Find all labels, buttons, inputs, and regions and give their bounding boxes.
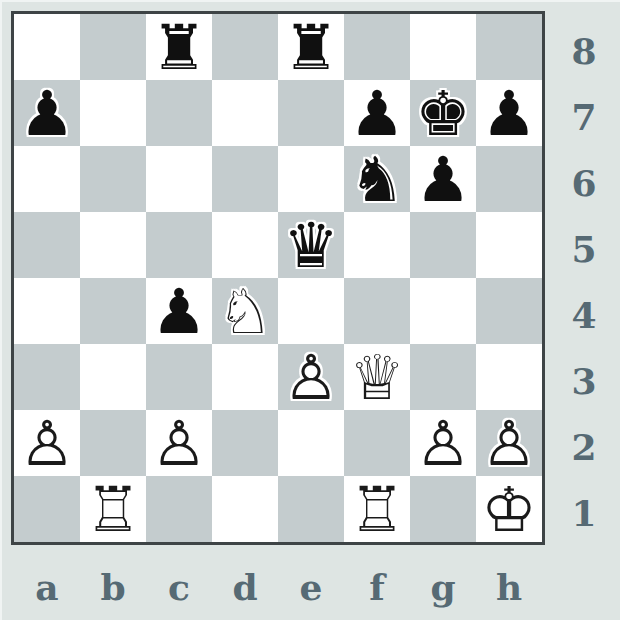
- white-pawn-h2: ♟♙: [481, 413, 537, 475]
- rank-label-8: 8: [547, 14, 620, 80]
- black-queen-e5: ♛: [283, 215, 339, 277]
- white-pawn-e3: ♟♙: [283, 347, 339, 409]
- white-pawn-g2: ♟♙: [415, 413, 471, 475]
- square-c8: ♜: [146, 14, 212, 80]
- white-knight-d4: ♞♘: [217, 281, 273, 343]
- chess-board-frame: ♜♜♟♟♚♟♞♟♛♟♞♘♟♙♛♕♟♙♟♙♟♙♟♙♜♖♜♖♚♔: [11, 11, 545, 545]
- square-f5: [344, 212, 410, 278]
- chess-board: ♜♜♟♟♚♟♞♟♛♟♞♘♟♙♛♕♟♙♟♙♟♙♟♙♜♖♜♖♚♔: [14, 14, 542, 542]
- black-king-g7: ♚: [415, 83, 471, 145]
- square-b3: [80, 344, 146, 410]
- square-g4: [410, 278, 476, 344]
- white-pawn-c2: ♟♙: [151, 413, 207, 475]
- black-pawn-a7: ♟: [19, 83, 75, 145]
- square-d4: ♞♘: [212, 278, 278, 344]
- square-b7: [80, 80, 146, 146]
- square-b2: [80, 410, 146, 476]
- white-rook-f1: ♜♖: [349, 479, 405, 541]
- white-rook-b1: ♜♖: [85, 479, 141, 541]
- chess-diagram-page: { "game": "chess", "position": { "fen": …: [0, 0, 620, 620]
- square-e1: [278, 476, 344, 542]
- square-d8: [212, 14, 278, 80]
- rank-label-3: 3: [547, 344, 620, 410]
- square-e3: ♟♙: [278, 344, 344, 410]
- square-a7: ♟: [14, 80, 80, 146]
- square-f8: [344, 14, 410, 80]
- square-g7: ♚: [410, 80, 476, 146]
- square-c2: ♟♙: [146, 410, 212, 476]
- square-d2: [212, 410, 278, 476]
- square-e2: [278, 410, 344, 476]
- rank-label-4: 4: [547, 278, 620, 344]
- square-d1: [212, 476, 278, 542]
- square-d5: [212, 212, 278, 278]
- black-pawn-h7: ♟: [481, 83, 537, 145]
- square-g1: [410, 476, 476, 542]
- square-g8: [410, 14, 476, 80]
- file-label-f: f: [344, 560, 410, 614]
- black-pawn-g6: ♟: [415, 149, 471, 211]
- square-h4: [476, 278, 542, 344]
- white-king-h1: ♚♔: [481, 479, 537, 541]
- square-f4: [344, 278, 410, 344]
- rank-labels: 87654321: [547, 14, 620, 542]
- square-a6: [14, 146, 80, 212]
- square-a3: [14, 344, 80, 410]
- square-b8: [80, 14, 146, 80]
- file-label-c: c: [146, 560, 212, 614]
- rank-label-6: 6: [547, 146, 620, 212]
- square-f3: ♛♕: [344, 344, 410, 410]
- square-d3: [212, 344, 278, 410]
- square-a8: [14, 14, 80, 80]
- file-label-e: e: [278, 560, 344, 614]
- file-label-b: b: [80, 560, 146, 614]
- rank-label-5: 5: [547, 212, 620, 278]
- square-h6: [476, 146, 542, 212]
- square-a2: ♟♙: [14, 410, 80, 476]
- square-e5: ♛: [278, 212, 344, 278]
- black-rook-e8: ♜: [283, 17, 339, 79]
- square-e7: [278, 80, 344, 146]
- square-h3: [476, 344, 542, 410]
- square-g5: [410, 212, 476, 278]
- square-g6: ♟: [410, 146, 476, 212]
- square-b4: [80, 278, 146, 344]
- square-c7: [146, 80, 212, 146]
- rank-label-1: 1: [547, 476, 620, 542]
- rank-label-7: 7: [547, 80, 620, 146]
- square-h5: [476, 212, 542, 278]
- square-g2: ♟♙: [410, 410, 476, 476]
- square-a5: [14, 212, 80, 278]
- square-f7: ♟: [344, 80, 410, 146]
- square-h7: ♟: [476, 80, 542, 146]
- square-b5: [80, 212, 146, 278]
- square-c6: [146, 146, 212, 212]
- square-h2: ♟♙: [476, 410, 542, 476]
- square-c4: ♟: [146, 278, 212, 344]
- file-labels: abcdefgh: [14, 560, 542, 614]
- black-pawn-f7: ♟: [349, 83, 405, 145]
- black-pawn-c4: ♟: [151, 281, 207, 343]
- file-label-g: g: [410, 560, 476, 614]
- square-e8: ♜: [278, 14, 344, 80]
- square-b1: ♜♖: [80, 476, 146, 542]
- file-label-d: d: [212, 560, 278, 614]
- square-h1: ♚♔: [476, 476, 542, 542]
- square-b6: [80, 146, 146, 212]
- square-f2: [344, 410, 410, 476]
- square-c5: [146, 212, 212, 278]
- black-rook-c8: ♜: [151, 17, 207, 79]
- square-a4: [14, 278, 80, 344]
- square-h8: [476, 14, 542, 80]
- square-c1: [146, 476, 212, 542]
- square-e6: [278, 146, 344, 212]
- file-label-a: a: [14, 560, 80, 614]
- white-pawn-a2: ♟♙: [19, 413, 75, 475]
- square-d7: [212, 80, 278, 146]
- square-d6: [212, 146, 278, 212]
- square-a1: [14, 476, 80, 542]
- rank-label-2: 2: [547, 410, 620, 476]
- black-knight-f6: ♞: [349, 149, 405, 211]
- square-f6: ♞: [344, 146, 410, 212]
- square-g3: [410, 344, 476, 410]
- white-queen-f3: ♛♕: [349, 347, 405, 409]
- file-label-h: h: [476, 560, 542, 614]
- square-f1: ♜♖: [344, 476, 410, 542]
- square-e4: [278, 278, 344, 344]
- square-c3: [146, 344, 212, 410]
